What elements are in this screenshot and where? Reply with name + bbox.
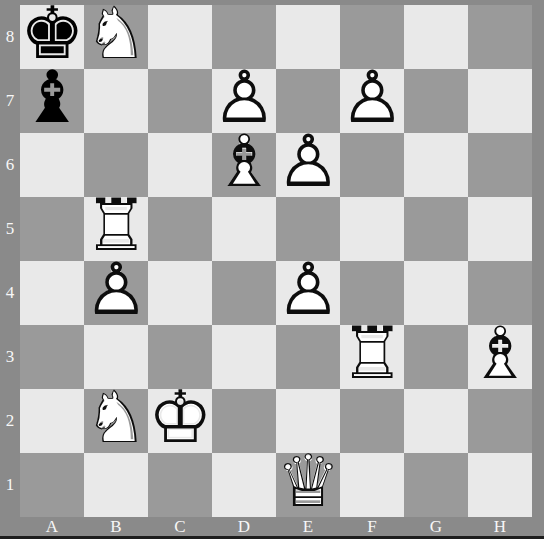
rank-label-8: 8 <box>0 5 20 69</box>
square-g8[interactable] <box>404 5 468 69</box>
chess-board: ♚♞♘♝♟♙♟♙♝♗♟♙♜♖♟♙♟♙♜♖♝♗♞♘♚♔♛♕ <box>20 5 532 517</box>
square-d4[interactable] <box>212 261 276 325</box>
file-label-h: H <box>468 517 532 537</box>
square-g7[interactable] <box>404 69 468 133</box>
piece-white-king[interactable]: ♚♔ <box>148 389 212 453</box>
square-e8[interactable] <box>276 5 340 69</box>
square-b4[interactable]: ♟♙ <box>84 261 148 325</box>
piece-white-knight[interactable]: ♞♘ <box>84 389 148 453</box>
file-label-d: D <box>212 517 276 537</box>
white-knight-icon: ♘ <box>84 1 148 69</box>
white-king-icon: ♔ <box>148 385 212 453</box>
rank-label-5: 5 <box>0 197 20 261</box>
square-d6[interactable]: ♝♗ <box>212 133 276 197</box>
square-h3[interactable]: ♝♗ <box>468 325 532 389</box>
piece-black-bishop[interactable]: ♝ <box>20 69 84 133</box>
white-knight-icon: ♘ <box>84 385 148 453</box>
square-g6[interactable] <box>404 133 468 197</box>
file-label-e: E <box>276 517 340 537</box>
square-e4[interactable]: ♟♙ <box>276 261 340 325</box>
square-a7[interactable]: ♝ <box>20 69 84 133</box>
square-h6[interactable] <box>468 133 532 197</box>
piece-white-pawn[interactable]: ♟♙ <box>340 69 404 133</box>
square-h8[interactable] <box>468 5 532 69</box>
file-labels: A B C D E F G H <box>20 517 532 536</box>
square-e3[interactable] <box>276 325 340 389</box>
square-c2[interactable]: ♚♔ <box>148 389 212 453</box>
square-b8[interactable]: ♞♘ <box>84 5 148 69</box>
square-g2[interactable] <box>404 389 468 453</box>
file-label-f: F <box>340 517 404 537</box>
file-label-g: G <box>404 517 468 537</box>
square-h7[interactable] <box>468 69 532 133</box>
square-a5[interactable] <box>20 197 84 261</box>
rank-label-2: 2 <box>0 389 20 453</box>
file-label-a: A <box>20 517 84 537</box>
rank-label-7: 7 <box>0 69 20 133</box>
rank-labels: 8 7 6 5 4 3 2 1 <box>0 5 20 517</box>
square-b2[interactable]: ♞♘ <box>84 389 148 453</box>
white-pawn-icon: ♙ <box>84 257 148 325</box>
square-f3[interactable]: ♜♖ <box>340 325 404 389</box>
piece-white-bishop[interactable]: ♝♗ <box>212 133 276 197</box>
square-e6[interactable]: ♟♙ <box>276 133 340 197</box>
square-b7[interactable] <box>84 69 148 133</box>
square-h1[interactable] <box>468 453 532 517</box>
chessboard-frame: 8 7 6 5 4 3 2 1 ♚♞♘♝♟♙♟♙♝♗♟♙♜♖♟♙♟♙♜♖♝♗♞♘… <box>0 0 544 539</box>
square-d3[interactable] <box>212 325 276 389</box>
square-a6[interactable] <box>20 133 84 197</box>
square-a1[interactable] <box>20 453 84 517</box>
square-g1[interactable] <box>404 453 468 517</box>
square-c1[interactable] <box>148 453 212 517</box>
piece-white-pawn[interactable]: ♟♙ <box>276 261 340 325</box>
square-a3[interactable] <box>20 325 84 389</box>
square-f2[interactable] <box>340 389 404 453</box>
square-c4[interactable] <box>148 261 212 325</box>
white-bishop-icon: ♗ <box>468 321 532 389</box>
piece-white-bishop[interactable]: ♝♗ <box>468 325 532 389</box>
square-a2[interactable] <box>20 389 84 453</box>
square-g5[interactable] <box>404 197 468 261</box>
white-pawn-icon: ♙ <box>340 65 404 133</box>
white-rook-icon: ♖ <box>340 321 404 389</box>
rank-label-4: 4 <box>0 261 20 325</box>
piece-white-pawn[interactable]: ♟♙ <box>84 261 148 325</box>
square-c7[interactable] <box>148 69 212 133</box>
square-d5[interactable] <box>212 197 276 261</box>
square-c5[interactable] <box>148 197 212 261</box>
piece-white-knight[interactable]: ♞♘ <box>84 5 148 69</box>
white-pawn-icon: ♙ <box>276 129 340 197</box>
file-label-b: B <box>84 517 148 537</box>
file-label-c: C <box>148 517 212 537</box>
square-h5[interactable] <box>468 197 532 261</box>
square-e1[interactable]: ♛♕ <box>276 453 340 517</box>
square-g3[interactable] <box>404 325 468 389</box>
square-a4[interactable] <box>20 261 84 325</box>
rank-label-6: 6 <box>0 133 20 197</box>
piece-white-rook[interactable]: ♜♖ <box>340 325 404 389</box>
white-bishop-icon: ♗ <box>212 129 276 197</box>
black-bishop-icon: ♝ <box>20 65 84 133</box>
square-c8[interactable] <box>148 5 212 69</box>
square-d1[interactable] <box>212 453 276 517</box>
piece-white-pawn[interactable]: ♟♙ <box>276 133 340 197</box>
square-f7[interactable]: ♟♙ <box>340 69 404 133</box>
square-d2[interactable] <box>212 389 276 453</box>
white-pawn-icon: ♙ <box>276 257 340 325</box>
square-g4[interactable] <box>404 261 468 325</box>
square-f6[interactable] <box>340 133 404 197</box>
square-b1[interactable] <box>84 453 148 517</box>
piece-white-queen[interactable]: ♛♕ <box>276 453 340 517</box>
square-f1[interactable] <box>340 453 404 517</box>
square-f5[interactable] <box>340 197 404 261</box>
rank-label-1: 1 <box>0 453 20 517</box>
square-h2[interactable] <box>468 389 532 453</box>
white-queen-icon: ♕ <box>276 449 340 517</box>
rank-label-3: 3 <box>0 325 20 389</box>
square-c6[interactable] <box>148 133 212 197</box>
